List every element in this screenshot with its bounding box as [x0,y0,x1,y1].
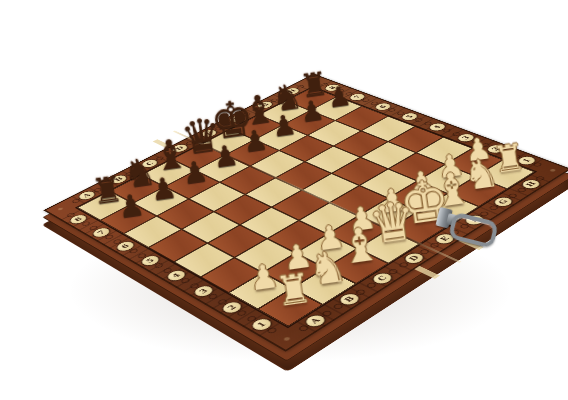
rank-label-far-text: 5 [399,112,419,121]
rank-label-text: 7 [90,227,112,239]
file-label-text: D [402,252,426,265]
rank-label-far-text: 6 [373,102,393,111]
file-label-text: A [303,313,328,328]
rank-label-far-text: 1 [516,155,538,166]
rank-label-far-text: 2 [485,144,507,154]
square-c6 [189,182,245,211]
file-label-text: G [492,196,515,208]
rank-label-far-text: 4 [427,122,448,132]
file-label-text: H [520,178,543,189]
rank-label-text: 8 [68,214,89,226]
chess-board-position-wrap: ABCDEFGH 87654321 ♜♞♝♛♚♝♞♜♟♟♟♟♟♟♟♟♟♟♟♟♟♟… [83,0,521,400]
file-label-text: B [337,292,362,306]
rank-label-far-text: 3 [455,133,476,143]
file-label-text: C [370,272,395,286]
inlay-strip [153,139,172,148]
clasp-loop [448,211,499,248]
product-photo-scene: ABCDEFGH 87654321 ♜♞♝♛♚♝♞♜♟♟♟♟♟♟♟♟♟♟♟♟♟♟… [0,0,568,400]
rank-label-text: 4 [165,269,188,282]
rank-label-far-text: 8 [323,83,342,92]
rank-label-text: 1 [249,317,274,332]
rank-label-text: 6 [114,240,136,252]
rank-label-text: 5 [139,254,162,267]
rank-label-text: 2 [220,300,244,314]
rank-label-far-text: 7 [348,93,368,102]
rank-label-text: 3 [192,284,216,298]
